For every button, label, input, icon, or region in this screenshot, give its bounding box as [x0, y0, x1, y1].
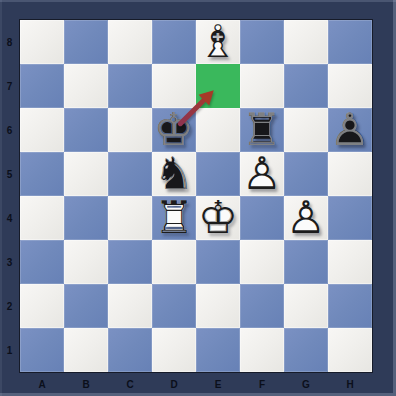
square-h6[interactable]: ♟♙	[328, 108, 372, 152]
square-a5[interactable]	[20, 152, 64, 196]
black-rook-f6[interactable]: ♜♖	[240, 108, 284, 152]
square-g7[interactable]	[284, 64, 328, 108]
square-b6[interactable]	[64, 108, 108, 152]
square-b1[interactable]	[64, 328, 108, 372]
square-c5[interactable]	[108, 152, 152, 196]
highlighted-square-e7[interactable]	[196, 64, 240, 108]
square-f1[interactable]	[240, 328, 284, 372]
square-c4[interactable]	[108, 196, 152, 240]
rank-labels: 87654321	[0, 20, 19, 372]
square-f2[interactable]	[240, 284, 284, 328]
square-b3[interactable]	[64, 240, 108, 284]
square-c7[interactable]	[108, 64, 152, 108]
file-label-g: G	[284, 374, 328, 395]
square-a7[interactable]	[20, 64, 64, 108]
square-e3[interactable]	[196, 240, 240, 284]
chess-board: ♝♗♚♔♜♖♟♙♞♘♟♙♜♖♚♔♟♙	[19, 19, 373, 373]
white-bishop-e8[interactable]: ♝♗	[196, 20, 240, 64]
file-label-b: B	[64, 374, 108, 395]
file-label-e: E	[196, 374, 240, 395]
square-h8[interactable]	[328, 20, 372, 64]
rank-label-8: 8	[0, 20, 19, 64]
file-label-h: H	[328, 374, 372, 395]
square-f4[interactable]	[240, 196, 284, 240]
square-e4[interactable]: ♚♔	[196, 196, 240, 240]
square-b8[interactable]	[64, 20, 108, 64]
white-pawn-f5[interactable]: ♟♙	[240, 152, 284, 196]
white-rook-d4[interactable]: ♜♖	[152, 196, 196, 240]
piece-outline-glyph: ♖	[240, 108, 284, 152]
square-e1[interactable]	[196, 328, 240, 372]
square-e6[interactable]	[196, 108, 240, 152]
piece-outline-glyph: ♙	[284, 196, 328, 240]
rank-label-7: 7	[0, 64, 19, 108]
rank-label-6: 6	[0, 108, 19, 152]
square-b5[interactable]	[64, 152, 108, 196]
square-h2[interactable]	[328, 284, 372, 328]
square-c2[interactable]	[108, 284, 152, 328]
square-f5[interactable]: ♟♙	[240, 152, 284, 196]
piece-outline-glyph: ♙	[328, 108, 372, 152]
square-d3[interactable]	[152, 240, 196, 284]
rank-label-1: 1	[0, 328, 19, 372]
square-a8[interactable]	[20, 20, 64, 64]
square-d7[interactable]	[152, 64, 196, 108]
square-e8[interactable]: ♝♗	[196, 20, 240, 64]
square-g8[interactable]	[284, 20, 328, 64]
square-a2[interactable]	[20, 284, 64, 328]
rank-label-4: 4	[0, 196, 19, 240]
square-d1[interactable]	[152, 328, 196, 372]
square-d6[interactable]: ♚♔	[152, 108, 196, 152]
square-d4[interactable]: ♜♖	[152, 196, 196, 240]
square-g3[interactable]	[284, 240, 328, 284]
rank-label-2: 2	[0, 284, 19, 328]
rank-label-5: 5	[0, 152, 19, 196]
piece-outline-glyph: ♘	[152, 152, 196, 196]
file-label-a: A	[20, 374, 64, 395]
square-d2[interactable]	[152, 284, 196, 328]
square-f3[interactable]	[240, 240, 284, 284]
square-c6[interactable]	[108, 108, 152, 152]
square-h1[interactable]	[328, 328, 372, 372]
square-a1[interactable]	[20, 328, 64, 372]
square-d5[interactable]: ♞♘	[152, 152, 196, 196]
square-f6[interactable]: ♜♖	[240, 108, 284, 152]
square-g4[interactable]: ♟♙	[284, 196, 328, 240]
square-b4[interactable]	[64, 196, 108, 240]
file-label-c: C	[108, 374, 152, 395]
square-c3[interactable]	[108, 240, 152, 284]
square-a4[interactable]	[20, 196, 64, 240]
file-labels: ABCDEFGH	[20, 374, 372, 395]
square-c1[interactable]	[108, 328, 152, 372]
white-pawn-g4[interactable]: ♟♙	[284, 196, 328, 240]
square-h3[interactable]	[328, 240, 372, 284]
square-e2[interactable]	[196, 284, 240, 328]
square-g5[interactable]	[284, 152, 328, 196]
square-b7[interactable]	[64, 64, 108, 108]
square-c8[interactable]	[108, 20, 152, 64]
square-h5[interactable]	[328, 152, 372, 196]
file-label-f: F	[240, 374, 284, 395]
black-pawn-h6[interactable]: ♟♙	[328, 108, 372, 152]
square-e5[interactable]	[196, 152, 240, 196]
square-h4[interactable]	[328, 196, 372, 240]
board-frame: 87654321 ABCDEFGH ♝♗♚♔♜♖♟♙♞♘♟♙♜♖♚♔♟♙	[0, 0, 396, 396]
piece-outline-glyph: ♖	[152, 196, 196, 240]
piece-outline-glyph: ♔	[196, 196, 240, 240]
piece-outline-glyph: ♗	[196, 20, 240, 64]
square-g2[interactable]	[284, 284, 328, 328]
square-a3[interactable]	[20, 240, 64, 284]
black-king-d6[interactable]: ♚♔	[152, 108, 196, 152]
rank-label-3: 3	[0, 240, 19, 284]
square-d8[interactable]	[152, 20, 196, 64]
black-knight-d5[interactable]: ♞♘	[152, 152, 196, 196]
square-b2[interactable]	[64, 284, 108, 328]
piece-outline-glyph: ♔	[152, 108, 196, 152]
square-g6[interactable]	[284, 108, 328, 152]
file-label-d: D	[152, 374, 196, 395]
square-a6[interactable]	[20, 108, 64, 152]
square-g1[interactable]	[284, 328, 328, 372]
square-h7[interactable]	[328, 64, 372, 108]
piece-outline-glyph: ♙	[240, 152, 284, 196]
square-f8[interactable]	[240, 20, 284, 64]
square-f7[interactable]	[240, 64, 284, 108]
white-king-e4[interactable]: ♚♔	[196, 196, 240, 240]
